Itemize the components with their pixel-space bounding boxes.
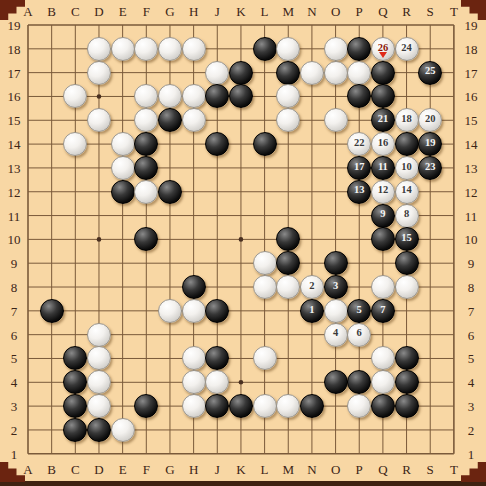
corner-ornament-bottom-right xyxy=(461,462,486,482)
stone-R14 xyxy=(395,132,419,156)
stone-N17 xyxy=(300,61,324,85)
stone-P14: 22 xyxy=(347,132,371,156)
stone-F15 xyxy=(134,108,158,132)
move-number: 24 xyxy=(401,43,412,54)
stone-D3 xyxy=(87,394,111,418)
stone-C4 xyxy=(63,370,87,394)
stone-R8 xyxy=(395,275,419,299)
stone-O18 xyxy=(324,37,348,61)
move-number: 17 xyxy=(354,162,365,173)
stone-F10 xyxy=(134,227,158,251)
stone-O7 xyxy=(324,299,348,323)
stone-P18 xyxy=(347,37,371,61)
stone-D4 xyxy=(87,370,111,394)
stone-Q5 xyxy=(371,346,395,370)
stone-R9 xyxy=(395,251,419,275)
stone-N3 xyxy=(300,394,324,418)
stone-E14 xyxy=(111,132,135,156)
move-number: 5 xyxy=(357,305,362,316)
stone-D15 xyxy=(87,108,111,132)
stone-M17 xyxy=(276,61,300,85)
stone-H4 xyxy=(182,370,206,394)
stone-M16 xyxy=(276,84,300,108)
stone-D5 xyxy=(87,346,111,370)
stone-F16 xyxy=(134,84,158,108)
stone-G16 xyxy=(158,84,182,108)
stone-N8: 2 xyxy=(300,275,324,299)
move-number: 18 xyxy=(401,114,412,125)
stone-O4 xyxy=(324,370,348,394)
stone-J7 xyxy=(205,299,229,323)
stone-P13: 17 xyxy=(347,156,371,180)
move-number: 25 xyxy=(425,66,436,77)
star-point xyxy=(239,380,244,385)
stone-H7 xyxy=(182,299,206,323)
stone-C2 xyxy=(63,418,87,442)
stone-S13: 23 xyxy=(418,156,442,180)
stone-H5 xyxy=(182,346,206,370)
move-number: 23 xyxy=(425,162,436,173)
stone-Q18: 26 xyxy=(371,37,395,61)
stone-O6: 4 xyxy=(324,323,348,347)
stone-D6 xyxy=(87,323,111,347)
stone-C3 xyxy=(63,394,87,418)
bottom-edge-bar xyxy=(0,481,486,486)
move-number: 15 xyxy=(401,233,412,244)
move-number: 8 xyxy=(404,209,409,220)
stone-J5 xyxy=(205,346,229,370)
stone-P12: 13 xyxy=(347,180,371,204)
stone-F3 xyxy=(134,394,158,418)
stone-Q8 xyxy=(371,275,395,299)
stone-M18 xyxy=(276,37,300,61)
stone-O9 xyxy=(324,251,348,275)
stone-Q10 xyxy=(371,227,395,251)
stone-Q17 xyxy=(371,61,395,85)
stone-Q3 xyxy=(371,394,395,418)
stone-H16 xyxy=(182,84,206,108)
stone-H18 xyxy=(182,37,206,61)
move-number: 19 xyxy=(425,138,436,149)
move-number: 20 xyxy=(425,114,436,125)
stone-E2 xyxy=(111,418,135,442)
stone-F18 xyxy=(134,37,158,61)
stone-R13: 10 xyxy=(395,156,419,180)
stone-P7: 5 xyxy=(347,299,371,323)
stone-L9 xyxy=(253,251,277,275)
corner-ornament-bottom-left xyxy=(0,462,25,482)
stone-R18: 24 xyxy=(395,37,419,61)
move-number: 6 xyxy=(357,328,362,339)
stone-D18 xyxy=(87,37,111,61)
move-number: 22 xyxy=(354,138,365,149)
move-number: 11 xyxy=(378,162,388,173)
go-board-surface[interactable]: 2624252118202216191711102313121498152315… xyxy=(0,0,486,486)
move-number: 13 xyxy=(354,185,365,196)
move-number: 7 xyxy=(380,305,385,316)
stone-J17 xyxy=(205,61,229,85)
stone-R15: 18 xyxy=(395,108,419,132)
star-point xyxy=(97,237,102,242)
stone-L3 xyxy=(253,394,277,418)
stone-H3 xyxy=(182,394,206,418)
stone-Q11: 9 xyxy=(371,204,395,228)
stone-R5 xyxy=(395,346,419,370)
stone-F12 xyxy=(134,180,158,204)
move-number: 16 xyxy=(378,138,389,149)
stone-J4 xyxy=(205,370,229,394)
stone-L14 xyxy=(253,132,277,156)
stone-B7 xyxy=(40,299,64,323)
stone-K16 xyxy=(229,84,253,108)
stone-R10: 15 xyxy=(395,227,419,251)
stone-S15: 20 xyxy=(418,108,442,132)
stone-C14 xyxy=(63,132,87,156)
stone-P3 xyxy=(347,394,371,418)
last-move-marker xyxy=(379,52,387,58)
corner-ornament-top-right xyxy=(461,0,486,20)
stone-C16 xyxy=(63,84,87,108)
star-point xyxy=(239,237,244,242)
stone-Q16 xyxy=(371,84,395,108)
stone-F14 xyxy=(134,132,158,156)
stone-E13 xyxy=(111,156,135,180)
stone-R4 xyxy=(395,370,419,394)
stone-M9 xyxy=(276,251,300,275)
stone-O15 xyxy=(324,108,348,132)
stone-H15 xyxy=(182,108,206,132)
stone-P4 xyxy=(347,370,371,394)
move-number: 10 xyxy=(401,162,412,173)
stone-Q15: 21 xyxy=(371,108,395,132)
stone-K17 xyxy=(229,61,253,85)
stone-Q13: 11 xyxy=(371,156,395,180)
stone-M15 xyxy=(276,108,300,132)
stone-O17 xyxy=(324,61,348,85)
move-number: 1 xyxy=(309,305,314,316)
stone-R11: 8 xyxy=(395,204,419,228)
stone-C5 xyxy=(63,346,87,370)
stone-E12 xyxy=(111,180,135,204)
move-number: 3 xyxy=(333,281,338,292)
stone-Q7: 7 xyxy=(371,299,395,323)
move-number: 21 xyxy=(378,114,389,125)
stone-P6: 6 xyxy=(347,323,371,347)
stone-D2 xyxy=(87,418,111,442)
corner-ornament-top-left xyxy=(0,0,25,20)
stone-O8: 3 xyxy=(324,275,348,299)
go-app-screen: AABBCCDDEEFFGGHHJJKKLLMMNNOOPPQQRRSSTT19… xyxy=(0,0,486,486)
move-number: 2 xyxy=(309,281,314,292)
stone-D17 xyxy=(87,61,111,85)
stone-L5 xyxy=(253,346,277,370)
stone-N7: 1 xyxy=(300,299,324,323)
stone-G12 xyxy=(158,180,182,204)
stone-G18 xyxy=(158,37,182,61)
stone-Q14: 16 xyxy=(371,132,395,156)
stone-M10 xyxy=(276,227,300,251)
stone-M3 xyxy=(276,394,300,418)
stone-L18 xyxy=(253,37,277,61)
move-number: 14 xyxy=(401,185,412,196)
stone-P16 xyxy=(347,84,371,108)
stone-P17 xyxy=(347,61,371,85)
stone-Q4 xyxy=(371,370,395,394)
move-number: 12 xyxy=(378,185,389,196)
star-point xyxy=(97,94,102,99)
stone-G15 xyxy=(158,108,182,132)
move-number: 9 xyxy=(380,209,385,220)
stone-H8 xyxy=(182,275,206,299)
stone-L8 xyxy=(253,275,277,299)
stone-Q12: 12 xyxy=(371,180,395,204)
stone-R12: 14 xyxy=(395,180,419,204)
stone-M8 xyxy=(276,275,300,299)
move-number: 4 xyxy=(333,328,338,339)
stone-J16 xyxy=(205,84,229,108)
stone-F13 xyxy=(134,156,158,180)
stone-S17: 25 xyxy=(418,61,442,85)
stone-K3 xyxy=(229,394,253,418)
stone-E18 xyxy=(111,37,135,61)
stone-R3 xyxy=(395,394,419,418)
stone-S14: 19 xyxy=(418,132,442,156)
stone-J3 xyxy=(205,394,229,418)
stone-J14 xyxy=(205,132,229,156)
stone-G7 xyxy=(158,299,182,323)
